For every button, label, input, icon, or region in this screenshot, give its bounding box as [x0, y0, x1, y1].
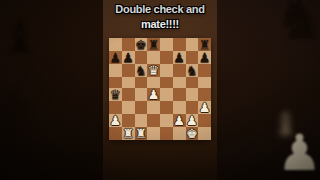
- square-e3: [160, 101, 173, 114]
- square-a1: [109, 127, 122, 140]
- square-h3: ♟: [198, 101, 211, 114]
- square-e6: [160, 64, 173, 77]
- square-a7: ♟: [109, 51, 122, 64]
- square-h2: [198, 114, 211, 127]
- piece-black-pawn-b7: ♟: [122, 51, 134, 64]
- piece-black-pawn-h7: ♟: [199, 51, 211, 64]
- video-frame[interactable]: ♝ ♞ ♞ ♝ ♟ Double check and mate!!!! ♚♜♜♟…: [0, 0, 320, 180]
- square-b6: [122, 64, 135, 77]
- square-g8: [186, 38, 199, 51]
- square-b4: [122, 88, 135, 101]
- blurred-piece-icon: ♝: [271, 108, 300, 140]
- square-c8: ♚: [135, 38, 148, 51]
- piece-white-rook-c1: ♜: [135, 127, 147, 140]
- square-f6: [173, 64, 186, 77]
- square-c4: [135, 88, 148, 101]
- piece-black-pawn-f7: ♟: [173, 51, 185, 64]
- video-content-column: Double check and mate!!!! ♚♜♜♟♟♟♟♞♛♞♛♟♟♟…: [103, 0, 217, 180]
- square-c6: ♞: [135, 64, 148, 77]
- square-e1: [160, 127, 173, 140]
- square-e2: [160, 114, 173, 127]
- square-e5: [160, 77, 173, 88]
- square-c5: [135, 77, 148, 88]
- piece-white-pawn-a2: ♟: [110, 114, 122, 127]
- square-h7: ♟: [198, 51, 211, 64]
- square-d2: [147, 114, 160, 127]
- piece-black-pawn-a7: ♟: [110, 51, 122, 64]
- square-b5: [122, 77, 135, 88]
- square-c3: [135, 101, 148, 114]
- square-g5: [186, 77, 199, 88]
- square-d1: [147, 127, 160, 140]
- square-h1: [198, 127, 211, 140]
- square-f2: ♟: [173, 114, 186, 127]
- chess-board: ♚♜♜♟♟♟♟♞♛♞♛♟♟♟♟♟♜♜♚: [109, 38, 211, 140]
- square-a6: [109, 64, 122, 77]
- video-title-line1: Double check and: [103, 2, 217, 17]
- blurred-white-pawn-icon: ♟: [277, 128, 320, 178]
- square-b3: [122, 101, 135, 114]
- blurred-knight-icon: ♞: [0, 80, 44, 140]
- square-b7: ♟: [122, 51, 135, 64]
- square-a4: ♛: [109, 88, 122, 101]
- piece-white-pawn-f2: ♟: [173, 114, 185, 127]
- piece-white-pawn-d4: ♟: [148, 88, 160, 101]
- blurred-bishop-icon: ♝: [0, 16, 39, 60]
- piece-white-pawn-h3: ♟: [199, 101, 211, 114]
- square-c1: ♜: [135, 127, 148, 140]
- piece-black-knight-g6: ♞: [186, 64, 198, 77]
- square-e4: [160, 88, 173, 101]
- blurred-knight-icon: ♞: [274, 0, 320, 48]
- square-g6: ♞: [186, 64, 199, 77]
- square-h6: [198, 64, 211, 77]
- piece-white-rook-b1: ♜: [122, 127, 134, 140]
- square-h5: [198, 77, 211, 88]
- square-g1: ♚: [186, 127, 199, 140]
- piece-white-king-g1: ♚: [186, 127, 198, 140]
- blurred-backdrop-left: ♝ ♞: [0, 0, 103, 180]
- square-e8: [160, 38, 173, 51]
- piece-black-king-c8: ♚: [135, 38, 147, 51]
- piece-black-knight-c6: ♞: [135, 64, 147, 77]
- square-f1: [173, 127, 186, 140]
- video-title: Double check and mate!!!!: [103, 2, 217, 32]
- blurred-backdrop-right: ♞ ♝ ♟: [217, 0, 320, 180]
- video-title-line2: mate!!!!: [103, 17, 217, 32]
- piece-white-queen-d6: ♛: [148, 64, 160, 77]
- square-d3: [147, 101, 160, 114]
- square-d4: ♟: [147, 88, 160, 101]
- square-f5: [173, 77, 186, 88]
- square-d8: ♜: [147, 38, 160, 51]
- piece-black-queen-a4: ♛: [110, 88, 122, 101]
- square-f4: [173, 88, 186, 101]
- square-g4: [186, 88, 199, 101]
- square-b1: ♜: [122, 127, 135, 140]
- square-e7: [160, 51, 173, 64]
- square-d6: ♛: [147, 64, 160, 77]
- piece-black-rook-d8: ♜: [148, 38, 160, 51]
- square-f7: ♟: [173, 51, 186, 64]
- square-a2: ♟: [109, 114, 122, 127]
